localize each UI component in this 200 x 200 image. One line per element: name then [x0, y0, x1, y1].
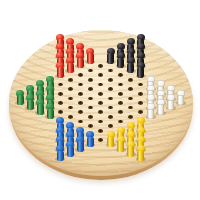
hole[interactable] — [128, 106, 133, 110]
hole[interactable] — [98, 138, 103, 142]
hole[interactable] — [138, 110, 143, 114]
hole[interactable] — [88, 124, 93, 128]
hole[interactable] — [58, 83, 63, 87]
hole[interactable] — [88, 78, 93, 82]
hole[interactable] — [118, 92, 123, 96]
peg-black[interactable] — [127, 57, 135, 73]
peg-body — [67, 146, 74, 156]
hole[interactable] — [138, 101, 143, 105]
peg-body — [47, 109, 54, 119]
peg-body — [117, 58, 124, 68]
hole[interactable] — [98, 92, 103, 96]
hole[interactable] — [58, 101, 63, 105]
hole[interactable] — [118, 110, 123, 114]
hole[interactable] — [98, 73, 103, 77]
hole[interactable] — [68, 97, 73, 101]
peg-body — [77, 58, 84, 68]
hole[interactable] — [108, 78, 113, 82]
peg-body — [77, 141, 84, 151]
peg-body — [107, 53, 114, 63]
peg-body — [177, 95, 184, 105]
hole[interactable] — [118, 120, 123, 124]
peg-white[interactable] — [167, 94, 175, 110]
hole[interactable] — [128, 78, 133, 82]
peg-yellow[interactable] — [137, 145, 145, 161]
peg-body — [87, 137, 94, 147]
peg-green[interactable] — [26, 94, 34, 110]
hole[interactable] — [98, 110, 103, 114]
peg-blue[interactable] — [66, 141, 74, 157]
hole[interactable] — [108, 69, 113, 73]
peg-green[interactable] — [46, 103, 54, 119]
hole[interactable] — [58, 110, 63, 114]
hole[interactable] — [78, 73, 83, 77]
hole[interactable] — [128, 97, 133, 101]
peg-yellow[interactable] — [117, 136, 125, 152]
peg-white[interactable] — [157, 99, 165, 115]
hole[interactable] — [98, 101, 103, 105]
peg-body — [57, 67, 64, 77]
hole[interactable] — [88, 69, 93, 73]
hole[interactable] — [108, 87, 113, 91]
peg-white[interactable] — [147, 103, 155, 119]
peg-blue[interactable] — [56, 145, 64, 161]
hole[interactable] — [88, 115, 93, 119]
peg-black[interactable] — [117, 52, 125, 68]
hole[interactable] — [88, 106, 93, 110]
peg-blue[interactable] — [86, 131, 94, 147]
hole[interactable] — [78, 120, 83, 124]
hole[interactable] — [68, 106, 73, 110]
peg-body — [27, 100, 34, 110]
hole[interactable] — [138, 92, 143, 96]
hole[interactable] — [88, 87, 93, 91]
hole[interactable] — [98, 129, 103, 133]
peg-blue[interactable] — [76, 136, 84, 152]
peg-body — [127, 63, 134, 73]
hole[interactable] — [68, 87, 73, 91]
peg-green[interactable] — [36, 99, 44, 115]
hole[interactable] — [128, 87, 133, 91]
peg-body — [17, 95, 24, 105]
hole[interactable] — [118, 101, 123, 105]
peg-white[interactable] — [177, 90, 185, 106]
hole-and-peg-layer — [0, 0, 200, 200]
peg-red[interactable] — [66, 57, 74, 73]
photo-background — [0, 0, 200, 200]
peg-red[interactable] — [86, 48, 94, 64]
peg-body — [157, 104, 164, 114]
hole[interactable] — [108, 106, 113, 110]
hole[interactable] — [138, 83, 143, 87]
hole[interactable] — [108, 97, 113, 101]
peg-black[interactable] — [107, 48, 115, 64]
peg-black[interactable] — [137, 62, 145, 78]
peg-yellow[interactable] — [127, 141, 135, 157]
hole[interactable] — [108, 115, 113, 119]
hole[interactable] — [68, 115, 73, 119]
hole[interactable] — [78, 92, 83, 96]
hole[interactable] — [108, 124, 113, 128]
peg-body — [107, 137, 114, 147]
hole[interactable] — [88, 97, 93, 101]
peg-body — [147, 109, 154, 119]
peg-body — [117, 141, 124, 151]
hole[interactable] — [118, 73, 123, 77]
peg-body — [67, 63, 74, 73]
hole[interactable] — [118, 83, 123, 87]
hole[interactable] — [58, 92, 63, 96]
peg-body — [37, 104, 44, 114]
hole[interactable] — [98, 64, 103, 68]
peg-red[interactable] — [76, 52, 84, 68]
hole[interactable] — [128, 115, 133, 119]
hole[interactable] — [78, 83, 83, 87]
peg-body — [87, 53, 94, 63]
peg-green[interactable] — [16, 90, 24, 106]
peg-body — [57, 151, 64, 161]
peg-yellow[interactable] — [107, 131, 115, 147]
hole[interactable] — [98, 83, 103, 87]
peg-body — [167, 100, 174, 110]
hole[interactable] — [78, 101, 83, 105]
hole[interactable] — [68, 78, 73, 82]
peg-body — [137, 151, 144, 161]
hole[interactable] — [98, 120, 103, 124]
peg-body — [127, 146, 134, 156]
peg-body — [137, 67, 144, 77]
hole[interactable] — [78, 110, 83, 114]
peg-red[interactable] — [56, 62, 64, 78]
